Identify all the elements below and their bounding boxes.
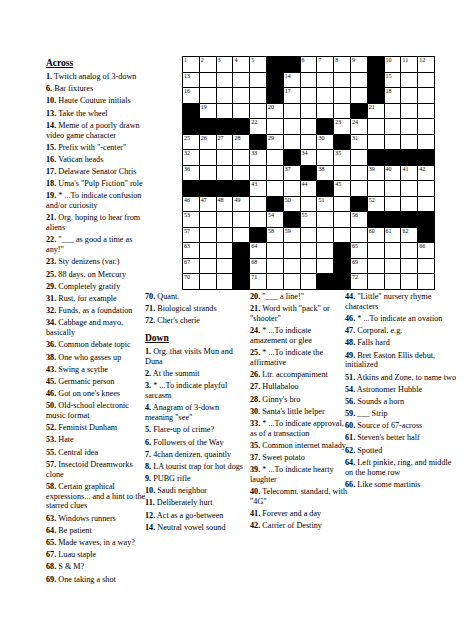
across-clue: 38. One who gasses up (46, 353, 147, 363)
grid-cell[interactable]: 8 (334, 57, 350, 72)
grid-cell[interactable]: 59 (284, 228, 300, 243)
grid-cell[interactable] (351, 181, 367, 196)
grid-cell[interactable]: 2 (200, 57, 216, 72)
grid-cell[interactable] (351, 228, 367, 243)
clue-number: 28. (250, 395, 260, 404)
grid-cell[interactable] (217, 212, 233, 227)
clue-number: 12. (145, 511, 155, 520)
clue-number: 6. (46, 84, 52, 93)
grid-cell[interactable]: 34 (301, 150, 317, 165)
clue-number: 53. (46, 435, 56, 444)
grid-cell[interactable]: 5 (250, 57, 266, 72)
grid-cell-black (368, 212, 384, 227)
grid-cell[interactable] (250, 166, 266, 181)
clue-number: 32. (46, 306, 56, 315)
grid-cell[interactable]: 20 (267, 104, 283, 119)
grid-cell[interactable] (401, 88, 417, 103)
grid-cell[interactable]: 28 (233, 135, 249, 150)
grid-cell[interactable] (301, 88, 317, 103)
grid-cell[interactable]: 35 (334, 150, 350, 165)
grid-cell[interactable]: 15 (385, 73, 401, 88)
across-clue: 23. Sty denizens (var.) (46, 257, 147, 267)
cell-number: 25 (184, 135, 190, 141)
down-clue: 37. Sweet potato (250, 453, 350, 463)
cell-number: 9 (352, 57, 355, 63)
grid-cell[interactable]: 13 (183, 73, 199, 88)
cell-number: 22 (251, 119, 257, 125)
grid-cell[interactable]: 39 (368, 166, 384, 181)
grid-cell[interactable] (217, 150, 233, 165)
cell-number: 24 (352, 119, 358, 125)
grid-cell[interactable] (217, 243, 233, 258)
cell-number: 55 (302, 212, 308, 218)
clue-number: 39. (250, 465, 260, 474)
grid-cell[interactable] (267, 181, 283, 196)
grid-cell[interactable] (217, 104, 233, 119)
grid-cell-black (183, 104, 199, 119)
clue-number: 26. (250, 370, 260, 379)
grid-cell[interactable]: 12 (418, 57, 434, 72)
grid-cell[interactable] (200, 243, 216, 258)
across-clue: 46. Got on one's knees (46, 389, 147, 399)
grid-cell[interactable] (385, 259, 401, 274)
grid-cell[interactable]: 53 (183, 212, 199, 227)
cell-number: 64 (251, 243, 257, 249)
clue-number: 21. (46, 213, 56, 222)
grid-cell[interactable] (401, 135, 417, 150)
grid-cell[interactable]: 72 (351, 274, 367, 289)
grid-cell[interactable] (217, 259, 233, 274)
down-clue: 21. Word with "pack" or "shooter" (250, 304, 350, 324)
grid-cell[interactable] (317, 150, 333, 165)
grid-cell[interactable] (267, 119, 283, 134)
clue-number: 62. (345, 446, 355, 455)
grid-cell[interactable] (334, 212, 350, 227)
grid-cell[interactable] (233, 150, 249, 165)
clue-number: 5. (145, 425, 151, 434)
clue-number: 1. (46, 72, 52, 81)
across-clue: 71. Biological strands (145, 304, 244, 314)
clue-number: 67. (46, 550, 56, 559)
cell-number: 57 (184, 228, 190, 234)
grid-cell[interactable] (284, 259, 300, 274)
grid-cell[interactable] (284, 274, 300, 289)
grid-cell-black (233, 243, 249, 258)
grid-cell[interactable] (200, 166, 216, 181)
cell-number: 31 (352, 135, 358, 141)
grid-cell[interactable]: 19 (200, 104, 216, 119)
grid-cell[interactable] (200, 212, 216, 227)
grid-cell-black (385, 150, 401, 165)
down-clue: 59. ___ Strip (345, 409, 461, 419)
grid-cell[interactable] (250, 104, 266, 119)
grid-cell-black (200, 119, 216, 134)
grid-cell-black (368, 73, 384, 88)
cell-number: 42 (419, 166, 425, 172)
grid-cell[interactable] (418, 197, 434, 212)
clue-number: 38. (46, 353, 56, 362)
cell-number: 51 (318, 197, 324, 203)
grid-cell[interactable]: 66 (418, 243, 434, 258)
cell-number: 49 (234, 197, 240, 203)
grid-cell[interactable] (284, 135, 300, 150)
grid-cell[interactable]: 33 (250, 150, 266, 165)
clue-number: 59. (345, 409, 355, 418)
grid-cell[interactable] (368, 259, 384, 274)
grid-cell[interactable] (200, 73, 216, 88)
grid-cell[interactable]: 11 (401, 57, 417, 72)
grid-cell[interactable] (250, 73, 266, 88)
grid-cell[interactable] (250, 88, 266, 103)
clue-number: 31. (46, 294, 56, 303)
grid-cell[interactable] (401, 274, 417, 289)
grid-cell[interactable]: 29 (267, 135, 283, 150)
grid-cell[interactable] (284, 119, 300, 134)
grid-cell[interactable] (233, 88, 249, 103)
grid-cell[interactable] (217, 166, 233, 181)
grid-cell[interactable] (301, 104, 317, 119)
grid-cell[interactable] (267, 166, 283, 181)
grid-cell[interactable]: 61 (385, 228, 401, 243)
grid-cell[interactable] (284, 243, 300, 258)
clue-number: 30. (250, 407, 260, 416)
grid-cell[interactable]: 27 (217, 135, 233, 150)
grid-cell[interactable] (334, 166, 350, 181)
grid-cell[interactable] (368, 119, 384, 134)
grid-cell[interactable] (401, 119, 417, 134)
grid-cell[interactable] (267, 259, 283, 274)
grid-cell[interactable] (385, 135, 401, 150)
grid-cell-black (317, 274, 333, 289)
grid-cell[interactable]: 10 (385, 57, 401, 72)
grid-cell[interactable] (217, 88, 233, 103)
grid-cell[interactable] (368, 181, 384, 196)
grid-cell[interactable] (418, 119, 434, 134)
grid-cell[interactable]: 55 (301, 212, 317, 227)
down-clue: 25. * ...To indicate the affirmative (250, 348, 350, 368)
grid-cell[interactable]: 71 (250, 274, 266, 289)
cell-number: 33 (251, 150, 257, 156)
grid-cell-black (368, 150, 384, 165)
grid-cell[interactable] (351, 88, 367, 103)
cell-number: 61 (386, 228, 392, 234)
down-clue: 6. Followers of the Way (145, 438, 244, 448)
grid-cell[interactable] (418, 274, 434, 289)
grid-cell[interactable] (267, 274, 283, 289)
grid-cell[interactable]: 16 (183, 88, 199, 103)
grid-cell[interactable]: 44 (301, 181, 317, 196)
grid-cell[interactable] (418, 259, 434, 274)
grid-cell[interactable] (217, 274, 233, 289)
down-clue: 30. Santa's little helper (250, 407, 350, 417)
clue-number: 22. (46, 235, 56, 244)
grid-cell[interactable]: 41 (401, 166, 417, 181)
cell-number: 44 (302, 181, 308, 187)
grid-cell[interactable] (317, 228, 333, 243)
grid-cell[interactable] (317, 88, 333, 103)
grid-cell[interactable]: 6 (301, 57, 317, 72)
clue-number: 4. (145, 403, 151, 412)
cell-number: 11 (402, 57, 408, 63)
grid-cell-black (217, 119, 233, 134)
cell-number: 62 (402, 228, 408, 234)
grid-cell[interactable]: 18 (385, 88, 401, 103)
cell-number: 63 (184, 243, 190, 249)
grid-cell[interactable] (301, 135, 317, 150)
grid-cell[interactable] (334, 228, 350, 243)
grid-cell-black (267, 73, 283, 88)
grid-cell[interactable] (334, 88, 350, 103)
down-clue: 61. Steven's better half (345, 433, 461, 443)
clue-number: 36. (46, 340, 56, 349)
grid-cell[interactable] (368, 274, 384, 289)
grid-cell[interactable] (401, 181, 417, 196)
grid-cell[interactable] (385, 274, 401, 289)
clue-number: 16. (46, 155, 56, 164)
across-clue: 13. Take the wheel (46, 109, 147, 119)
grid-cell[interactable] (351, 150, 367, 165)
grid-cell[interactable]: 52 (368, 197, 384, 212)
cell-number: 5 (251, 57, 254, 63)
clue-number: 37. (250, 453, 260, 462)
cell-number: 35 (335, 150, 341, 156)
grid-cell[interactable] (250, 197, 266, 212)
grid-cell-black (334, 274, 350, 289)
clue-number: 50. (46, 401, 56, 410)
grid-cell[interactable] (200, 228, 216, 243)
clue-number: 33. (250, 419, 260, 428)
across-clue: 67. Luau staple (46, 550, 147, 560)
grid-cell[interactable] (351, 166, 367, 181)
grid-cell[interactable]: 46 (183, 197, 199, 212)
down-clue: 40. Telecomm. standard, with "4G" (250, 487, 350, 507)
grid-cell[interactable] (233, 212, 249, 227)
grid-cell[interactable] (317, 73, 333, 88)
cell-number: 56 (352, 212, 358, 218)
across-clue: 58. Certain graphical expressions... and… (46, 482, 147, 511)
clue-number: 64. (345, 458, 355, 467)
grid-cell-black (368, 88, 384, 103)
down-clue: 44. "Little" nursery rhyme characters (345, 292, 461, 312)
grid-cell[interactable]: 32 (183, 150, 199, 165)
grid-cell[interactable]: 30 (317, 135, 333, 150)
grid-cell[interactable] (401, 197, 417, 212)
grid-cell[interactable]: 31 (351, 135, 367, 150)
grid-cell[interactable] (401, 259, 417, 274)
cell-number: 47 (201, 197, 207, 203)
down-clue: 3. * ...To indicate playful sarcasm (145, 381, 244, 401)
grid-cell[interactable] (317, 104, 333, 119)
grid-cell[interactable]: 49 (233, 197, 249, 212)
cell-number: 10 (386, 57, 392, 63)
across-header: Across (46, 58, 147, 68)
clue-number: 24. (250, 326, 260, 335)
grid-cell[interactable]: 45 (334, 181, 350, 196)
grid-cell[interactable]: 54 (267, 212, 283, 227)
grid-cell[interactable]: 57 (183, 228, 199, 243)
grid-cell[interactable] (284, 104, 300, 119)
down-clue: 33. * ...To indicate approval, as of a t… (250, 419, 350, 439)
across-clue: 53. Hate (46, 435, 147, 445)
grid-cell[interactable]: 3 (217, 57, 233, 72)
grid-cell[interactable] (301, 119, 317, 134)
grid-cell[interactable]: 68 (250, 259, 266, 274)
grid-cell[interactable]: 43 (250, 181, 266, 196)
cell-number: 4 (234, 57, 237, 63)
grid-cell[interactable]: 25 (183, 135, 199, 150)
grid-cell[interactable]: 62 (401, 228, 417, 243)
grid-cell[interactable] (334, 197, 350, 212)
grid-cell[interactable] (385, 181, 401, 196)
grid-cell[interactable] (418, 73, 434, 88)
cell-number: 26 (201, 135, 207, 141)
grid-cell[interactable] (385, 104, 401, 119)
grid-cell[interactable] (301, 228, 317, 243)
clue-number: 8. (145, 462, 151, 471)
across-clue: 69. One taking a shot (46, 575, 147, 585)
grid-cell[interactable]: 23 (334, 119, 350, 134)
grid-cell[interactable]: 37 (284, 166, 300, 181)
grid-cell[interactable] (317, 259, 333, 274)
grid-cell[interactable] (317, 243, 333, 258)
grid-cell[interactable] (351, 73, 367, 88)
grid-cell[interactable] (301, 259, 317, 274)
cell-number: 41 (402, 166, 408, 172)
clue-number: 20. (250, 292, 260, 301)
grid-cell[interactable] (233, 166, 249, 181)
cell-number: 21 (369, 104, 375, 110)
clue-number: 15. (46, 143, 56, 152)
grid-cell[interactable] (385, 197, 401, 212)
grid-cell[interactable]: 65 (351, 243, 367, 258)
grid-cell[interactable] (267, 243, 283, 258)
grid-cell[interactable]: 47 (200, 197, 216, 212)
grid-cell[interactable]: 26 (200, 135, 216, 150)
grid-cell[interactable] (284, 181, 300, 196)
grid-cell[interactable] (418, 181, 434, 196)
grid-cell[interactable]: 70 (183, 274, 199, 289)
grid-cell[interactable] (233, 104, 249, 119)
grid-cell[interactable]: 22 (250, 119, 266, 134)
grid-cell[interactable] (200, 88, 216, 103)
clue-number: 47. (345, 326, 355, 335)
grid-cell[interactable] (385, 119, 401, 134)
grid-cell[interactable] (401, 73, 417, 88)
clue-number: 43. (46, 365, 56, 374)
grid-cell[interactable]: 17 (284, 88, 300, 103)
grid-cell[interactable] (317, 212, 333, 227)
clue-number: 46. (46, 389, 56, 398)
across-clue: 36. Common debate topic (46, 340, 147, 350)
clue-number: 25. (250, 348, 260, 357)
grid-cell[interactable] (334, 104, 350, 119)
clue-number: 54. (345, 385, 355, 394)
cell-number: 16 (184, 88, 190, 94)
grid-cell[interactable]: 9 (351, 57, 367, 72)
grid-cell[interactable] (368, 135, 384, 150)
grid-cell[interactable] (334, 73, 350, 88)
down-clue: 5. Flare-up of crime? (145, 425, 244, 435)
grid-cell[interactable]: 60 (368, 228, 384, 243)
grid-cell-black (351, 104, 367, 119)
grid-cell[interactable]: 58 (267, 228, 283, 243)
grid-cell[interactable] (267, 150, 283, 165)
grid-cell[interactable] (301, 243, 317, 258)
across-clue: 57. Insectoid Dreamworks clone (46, 460, 147, 480)
grid-cell[interactable] (200, 259, 216, 274)
clue-number: 10. (145, 486, 155, 495)
grid-cell[interactable] (233, 73, 249, 88)
grid-cell[interactable]: 4 (233, 57, 249, 72)
clue-number: 66. (345, 480, 355, 489)
grid-cell[interactable] (301, 274, 317, 289)
cell-number: 59 (285, 228, 291, 234)
cell-number: 40 (386, 166, 392, 172)
down-clue: 9. PUBG rifle (145, 474, 244, 484)
grid-cell[interactable]: 56 (351, 212, 367, 227)
grid-cell[interactable]: 24 (351, 119, 367, 134)
clue-number: 14. (145, 523, 155, 532)
grid-cell[interactable]: 64 (250, 243, 266, 258)
grid-cell[interactable]: 1 (183, 57, 199, 72)
grid-cell[interactable] (301, 73, 317, 88)
grid-cell[interactable] (385, 243, 401, 258)
grid-cell[interactable] (418, 104, 434, 119)
grid-cell[interactable]: 48 (217, 197, 233, 212)
grid-cell[interactable]: 21 (368, 104, 384, 119)
grid-cell[interactable]: 50 (284, 197, 300, 212)
grid-cell[interactable] (401, 104, 417, 119)
grid-cell[interactable]: 38 (317, 166, 333, 181)
across-clue-list-continued: 70. Quant.71. Biological strands72. Cher… (145, 292, 244, 326)
grid-cell[interactable] (200, 150, 216, 165)
grid-cell[interactable] (401, 243, 417, 258)
grid-cell[interactable] (200, 274, 216, 289)
grid-cell[interactable] (217, 73, 233, 88)
down-clue: 1. Org. that visits Mun and Duna (145, 347, 244, 367)
grid-cell[interactable]: 36 (183, 166, 199, 181)
grid-cell[interactable]: 67 (183, 259, 199, 274)
across-clue: 16. Vatican heads (46, 155, 147, 165)
down-clue: 27. Hullabaloo (250, 382, 350, 392)
down-clue: 4. Anagram of 3-down meaning "see" (145, 403, 244, 423)
grid-cell-black (183, 181, 199, 196)
grid-cell[interactable] (418, 88, 434, 103)
grid-cell[interactable] (250, 212, 266, 227)
clue-number: 60. (345, 421, 355, 430)
grid-cell[interactable] (301, 197, 317, 212)
grid-cell[interactable] (233, 228, 249, 243)
grid-cell[interactable]: 51 (317, 197, 333, 212)
cell-number: 3 (218, 57, 221, 63)
grid-cell[interactable]: 40 (385, 166, 401, 181)
across-clue: 17. Delaware Senator Chris (46, 167, 147, 177)
grid-cell[interactable]: 14 (284, 73, 300, 88)
grid-cell-black (233, 259, 249, 274)
grid-cell[interactable] (418, 135, 434, 150)
clue-number: 25. (46, 270, 56, 279)
grid-cell[interactable]: 42 (418, 166, 434, 181)
grid-cell[interactable] (368, 243, 384, 258)
grid-cell[interactable] (217, 228, 233, 243)
clue-number: 34. (46, 318, 56, 327)
grid-cell[interactable]: 69 (351, 259, 367, 274)
grid-cell-black (418, 228, 434, 243)
grid-cell[interactable]: 63 (183, 243, 199, 258)
cell-number: 6 (302, 57, 305, 63)
clue-number: 70. (145, 292, 155, 301)
grid-cell[interactable]: 7 (317, 57, 333, 72)
